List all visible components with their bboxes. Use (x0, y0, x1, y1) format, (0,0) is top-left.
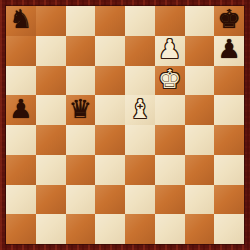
square-h4[interactable] (214, 125, 244, 155)
square-h1[interactable] (214, 214, 244, 244)
square-c1[interactable] (66, 214, 96, 244)
square-g6[interactable] (185, 66, 215, 96)
black-queen[interactable]: ♛ (69, 95, 92, 123)
black-knight[interactable]: ♞ (9, 6, 32, 34)
square-g5[interactable] (185, 95, 215, 125)
square-b5[interactable] (36, 95, 66, 125)
square-e5[interactable]: ♝ (125, 95, 155, 125)
square-c3[interactable] (66, 155, 96, 185)
square-d4[interactable] (95, 125, 125, 155)
square-f1[interactable] (155, 214, 185, 244)
square-g7[interactable] (185, 36, 215, 66)
square-g3[interactable] (185, 155, 215, 185)
square-b1[interactable] (36, 214, 66, 244)
square-h2[interactable] (214, 185, 244, 215)
square-g8[interactable] (185, 6, 215, 36)
square-g1[interactable] (185, 214, 215, 244)
square-e3[interactable] (125, 155, 155, 185)
square-h3[interactable] (214, 155, 244, 185)
square-b3[interactable] (36, 155, 66, 185)
square-e1[interactable] (125, 214, 155, 244)
square-g2[interactable] (185, 185, 215, 215)
black-pawn[interactable]: ♟ (217, 36, 240, 64)
square-a4[interactable] (6, 125, 36, 155)
white-pawn[interactable]: ♟ (158, 36, 181, 64)
square-d1[interactable] (95, 214, 125, 244)
chess-board: ♞♚♟♟♚♟♛♝ (6, 6, 244, 244)
square-e8[interactable] (125, 6, 155, 36)
white-bishop[interactable]: ♝ (128, 95, 151, 123)
square-h7[interactable]: ♟ (214, 36, 244, 66)
square-c5[interactable]: ♛ (66, 95, 96, 125)
square-a1[interactable] (6, 214, 36, 244)
square-h5[interactable] (214, 95, 244, 125)
square-f8[interactable] (155, 6, 185, 36)
square-f5[interactable] (155, 95, 185, 125)
square-e2[interactable] (125, 185, 155, 215)
square-d8[interactable] (95, 6, 125, 36)
square-d2[interactable] (95, 185, 125, 215)
square-f7[interactable]: ♟ (155, 36, 185, 66)
square-a6[interactable] (6, 66, 36, 96)
square-f3[interactable] (155, 155, 185, 185)
square-e6[interactable] (125, 66, 155, 96)
square-c6[interactable] (66, 66, 96, 96)
square-g4[interactable] (185, 125, 215, 155)
black-king[interactable]: ♚ (217, 6, 240, 34)
square-a2[interactable] (6, 185, 36, 215)
square-a3[interactable] (6, 155, 36, 185)
square-h8[interactable]: ♚ (214, 6, 244, 36)
square-f6[interactable]: ♚ (155, 66, 185, 96)
square-b8[interactable] (36, 6, 66, 36)
square-c8[interactable] (66, 6, 96, 36)
square-b4[interactable] (36, 125, 66, 155)
square-a5[interactable]: ♟ (6, 95, 36, 125)
square-b6[interactable] (36, 66, 66, 96)
square-b7[interactable] (36, 36, 66, 66)
board-frame: ♞♚♟♟♚♟♛♝ (0, 0, 250, 250)
square-e4[interactable] (125, 125, 155, 155)
square-b2[interactable] (36, 185, 66, 215)
square-a8[interactable]: ♞ (6, 6, 36, 36)
white-king[interactable]: ♚ (158, 66, 181, 94)
square-c2[interactable] (66, 185, 96, 215)
square-d6[interactable] (95, 66, 125, 96)
square-f4[interactable] (155, 125, 185, 155)
square-h6[interactable] (214, 66, 244, 96)
square-d5[interactable] (95, 95, 125, 125)
square-d3[interactable] (95, 155, 125, 185)
black-pawn[interactable]: ♟ (9, 95, 32, 123)
square-a7[interactable] (6, 36, 36, 66)
square-e7[interactable] (125, 36, 155, 66)
square-d7[interactable] (95, 36, 125, 66)
square-f2[interactable] (155, 185, 185, 215)
square-c4[interactable] (66, 125, 96, 155)
square-c7[interactable] (66, 36, 96, 66)
